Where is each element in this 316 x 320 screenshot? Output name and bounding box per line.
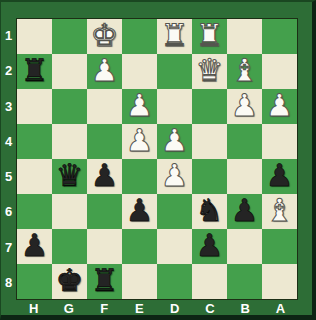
chess-widget: 1 2 3 4 5 6 7 8 ♚♜♜♜♟♛♝♟♟♟♟♟♛♟♟♟♟♞♟♝♟♟♚♜… — [0, 0, 316, 320]
square-f3[interactable] — [87, 89, 122, 124]
square-b4[interactable] — [227, 124, 262, 159]
black-pawn[interactable]: ♟ — [196, 230, 224, 261]
square-a6[interactable]: ♝ — [262, 194, 297, 229]
square-d2[interactable] — [157, 54, 192, 89]
black-pawn[interactable]: ♟ — [266, 160, 294, 191]
white-pawn[interactable]: ♟ — [161, 125, 189, 156]
rank-label-6: 6 — [1, 194, 16, 229]
file-label-g: G — [51, 300, 86, 317]
square-h5[interactable] — [17, 159, 52, 194]
square-b7[interactable] — [227, 229, 262, 264]
square-b3[interactable]: ♟ — [227, 89, 262, 124]
square-c2[interactable]: ♛ — [192, 54, 227, 89]
square-c4[interactable] — [192, 124, 227, 159]
white-pawn[interactable]: ♟ — [266, 90, 294, 121]
file-label-b: B — [228, 300, 263, 317]
white-queen[interactable]: ♛ — [196, 55, 224, 86]
file-labels: H G F E D C B A — [16, 300, 298, 317]
square-f7[interactable] — [87, 229, 122, 264]
square-a7[interactable] — [262, 229, 297, 264]
square-f1[interactable]: ♚ — [87, 19, 122, 54]
file-label-e: E — [122, 300, 157, 317]
white-pawn[interactable]: ♟ — [126, 90, 154, 121]
rank-label-8: 8 — [1, 265, 16, 300]
square-g8[interactable]: ♚ — [52, 264, 87, 299]
black-pawn[interactable]: ♟ — [21, 230, 49, 261]
square-f5[interactable]: ♟ — [87, 159, 122, 194]
white-pawn[interactable]: ♟ — [231, 90, 259, 121]
square-h2[interactable]: ♜ — [17, 54, 52, 89]
square-e4[interactable]: ♟ — [122, 124, 157, 159]
square-h4[interactable] — [17, 124, 52, 159]
square-f4[interactable] — [87, 124, 122, 159]
rank-label-3: 3 — [1, 89, 16, 124]
rank-label-4: 4 — [1, 124, 16, 159]
square-g5[interactable]: ♛ — [52, 159, 87, 194]
square-c5[interactable] — [192, 159, 227, 194]
black-pawn[interactable]: ♟ — [231, 195, 259, 226]
square-d5[interactable]: ♟ — [157, 159, 192, 194]
square-c3[interactable] — [192, 89, 227, 124]
square-a2[interactable] — [262, 54, 297, 89]
square-e2[interactable] — [122, 54, 157, 89]
square-g1[interactable] — [52, 19, 87, 54]
file-label-h: H — [16, 300, 51, 317]
square-h7[interactable]: ♟ — [17, 229, 52, 264]
chess-board: ♚♜♜♜♟♛♝♟♟♟♟♟♛♟♟♟♟♞♟♝♟♟♚♜ — [16, 18, 298, 300]
square-g7[interactable] — [52, 229, 87, 264]
square-d4[interactable]: ♟ — [157, 124, 192, 159]
black-king[interactable]: ♚ — [56, 265, 84, 296]
square-d1[interactable]: ♜ — [157, 19, 192, 54]
square-h1[interactable] — [17, 19, 52, 54]
square-e1[interactable] — [122, 19, 157, 54]
square-b5[interactable] — [227, 159, 262, 194]
square-e7[interactable] — [122, 229, 157, 264]
black-queen[interactable]: ♛ — [56, 160, 84, 191]
rank-label-7: 7 — [1, 230, 16, 265]
square-c1[interactable]: ♜ — [192, 19, 227, 54]
square-f2[interactable]: ♟ — [87, 54, 122, 89]
white-pawn[interactable]: ♟ — [91, 55, 119, 86]
white-rook[interactable]: ♜ — [161, 20, 189, 51]
square-a1[interactable] — [262, 19, 297, 54]
square-b2[interactable]: ♝ — [227, 54, 262, 89]
square-g4[interactable] — [52, 124, 87, 159]
file-label-d: D — [157, 300, 192, 317]
square-d6[interactable] — [157, 194, 192, 229]
white-king[interactable]: ♚ — [91, 20, 119, 51]
square-d3[interactable] — [157, 89, 192, 124]
square-e5[interactable] — [122, 159, 157, 194]
rank-label-2: 2 — [1, 53, 16, 88]
black-knight[interactable]: ♞ — [196, 195, 224, 226]
square-a5[interactable]: ♟ — [262, 159, 297, 194]
square-a4[interactable] — [262, 124, 297, 159]
rank-label-5: 5 — [1, 159, 16, 194]
square-b6[interactable]: ♟ — [227, 194, 262, 229]
square-c8[interactable] — [192, 264, 227, 299]
file-label-a: A — [263, 300, 298, 317]
black-pawn[interactable]: ♟ — [126, 195, 154, 226]
square-h3[interactable] — [17, 89, 52, 124]
white-rook[interactable]: ♜ — [196, 20, 224, 51]
square-f6[interactable] — [87, 194, 122, 229]
square-g6[interactable] — [52, 194, 87, 229]
file-label-c: C — [192, 300, 227, 317]
square-g2[interactable] — [52, 54, 87, 89]
file-label-f: F — [87, 300, 122, 317]
square-b8[interactable] — [227, 264, 262, 299]
square-b1[interactable] — [227, 19, 262, 54]
square-e3[interactable]: ♟ — [122, 89, 157, 124]
square-e8[interactable] — [122, 264, 157, 299]
square-g3[interactable] — [52, 89, 87, 124]
square-h6[interactable] — [17, 194, 52, 229]
square-d7[interactable] — [157, 229, 192, 264]
white-bishop[interactable]: ♝ — [231, 55, 259, 86]
square-a3[interactable]: ♟ — [262, 89, 297, 124]
square-c7[interactable]: ♟ — [192, 229, 227, 264]
square-h8[interactable] — [17, 264, 52, 299]
white-pawn[interactable]: ♟ — [161, 160, 189, 191]
square-c6[interactable]: ♞ — [192, 194, 227, 229]
square-e6[interactable]: ♟ — [122, 194, 157, 229]
black-rook[interactable]: ♜ — [91, 265, 119, 296]
rank-label-1: 1 — [1, 18, 16, 53]
black-pawn[interactable]: ♟ — [91, 160, 119, 191]
square-d8[interactable] — [157, 264, 192, 299]
black-rook[interactable]: ♜ — [21, 55, 49, 86]
white-pawn[interactable]: ♟ — [126, 125, 154, 156]
square-f8[interactable]: ♜ — [87, 264, 122, 299]
rank-labels: 1 2 3 4 5 6 7 8 — [1, 18, 16, 300]
white-bishop[interactable]: ♝ — [266, 195, 294, 226]
square-a8[interactable] — [262, 264, 297, 299]
